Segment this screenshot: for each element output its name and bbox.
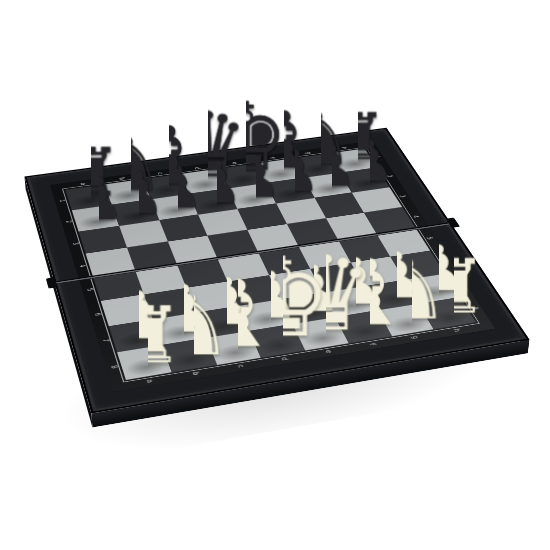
chess-set-photo: ♜♞♝♛♚♝♞♜♟♟♟♟♟♟♟♟♟♟♟♟♟♟♟♟♜♞♝♚♛♝♞♜ 1122334… (0, 0, 550, 550)
square: ♜ (117, 345, 171, 380)
hinge-clasp-left (46, 277, 58, 289)
square (314, 192, 364, 218)
square (276, 198, 326, 224)
